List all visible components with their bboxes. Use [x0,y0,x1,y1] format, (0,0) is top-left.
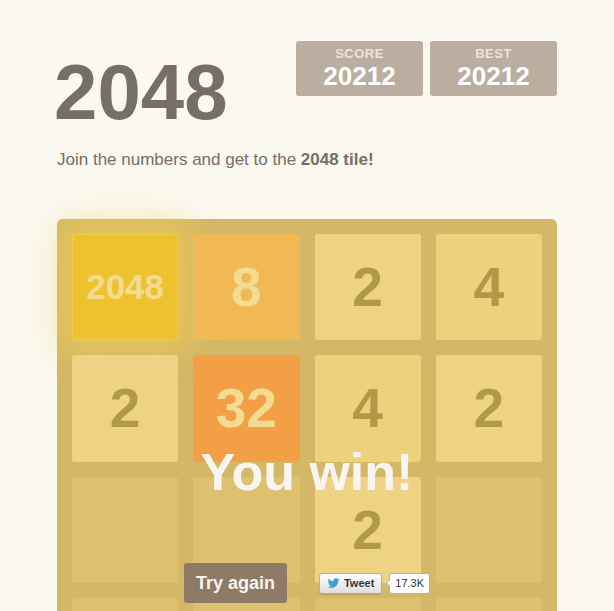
twitter-bird-icon [327,577,340,590]
overlay-actions: Try again Tweet 17.3K [57,563,557,603]
game-board: 2048824232422 You win! Try again Tweet 1… [57,219,557,611]
win-message: You win! [57,446,557,498]
page-title: 2048 [54,52,228,132]
intro-text: Join the numbers and get to the [57,150,301,169]
score-box: SCORE 20212 [296,41,423,96]
best-value: 20212 [457,62,529,90]
best-box: BEST 20212 [430,41,557,96]
tweet-button[interactable]: Tweet [319,573,382,594]
scores-container: SCORE 20212 BEST 20212 [296,41,557,96]
tweet-button-label: Tweet [344,577,374,589]
game-container: 2048 SCORE 20212 BEST 20212 Join the num… [57,0,557,611]
win-overlay: You win! Try again Tweet 17.3K [57,219,557,611]
try-again-button[interactable]: Try again [184,563,287,603]
tweet-count[interactable]: 17.3K [389,573,430,594]
intro-goal: 2048 tile! [301,150,374,169]
game-intro: Join the numbers and get to the 2048 til… [57,149,374,171]
best-label: BEST [475,47,512,61]
tweet-widget: Tweet 17.3K [319,573,430,594]
score-value: 20212 [323,62,395,90]
score-label: SCORE [335,47,384,61]
